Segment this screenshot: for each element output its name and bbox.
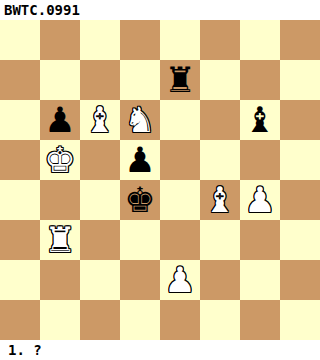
square-h5[interactable] <box>280 140 320 180</box>
square-g2[interactable] <box>240 260 280 300</box>
square-f4[interactable]: ♝ <box>200 180 240 220</box>
square-d7[interactable] <box>120 60 160 100</box>
square-b1[interactable] <box>40 300 80 340</box>
square-b5[interactable]: ♚ <box>40 140 80 180</box>
square-f1[interactable] <box>200 300 240 340</box>
square-a8[interactable] <box>0 20 40 60</box>
square-e8[interactable] <box>160 20 200 60</box>
square-c6[interactable]: ♝ <box>80 100 120 140</box>
square-d5[interactable]: ♟ <box>120 140 160 180</box>
square-e1[interactable] <box>160 300 200 340</box>
square-d6[interactable]: ♞ <box>120 100 160 140</box>
white-pawn: ♟ <box>244 180 275 220</box>
square-f8[interactable] <box>200 20 240 60</box>
square-g3[interactable] <box>240 220 280 260</box>
square-b8[interactable] <box>40 20 80 60</box>
chess-puzzle-app: BWTC.0991 ♜♟♝♞♝♚♟♚♝♟♜♟ 1. ? <box>0 0 320 360</box>
square-g1[interactable] <box>240 300 280 340</box>
square-b3[interactable]: ♜ <box>40 220 80 260</box>
square-f6[interactable] <box>200 100 240 140</box>
square-c4[interactable] <box>80 180 120 220</box>
square-a6[interactable] <box>0 100 40 140</box>
square-d3[interactable] <box>120 220 160 260</box>
square-e2[interactable]: ♟ <box>160 260 200 300</box>
square-f5[interactable] <box>200 140 240 180</box>
square-e4[interactable] <box>160 180 200 220</box>
white-king: ♚ <box>44 140 75 180</box>
square-f3[interactable] <box>200 220 240 260</box>
black-rook: ♜ <box>164 60 195 100</box>
square-e3[interactable] <box>160 220 200 260</box>
square-h6[interactable] <box>280 100 320 140</box>
square-f2[interactable] <box>200 260 240 300</box>
square-g7[interactable] <box>240 60 280 100</box>
square-c1[interactable] <box>80 300 120 340</box>
square-b2[interactable] <box>40 260 80 300</box>
square-h3[interactable] <box>280 220 320 260</box>
square-e7[interactable]: ♜ <box>160 60 200 100</box>
square-a3[interactable] <box>0 220 40 260</box>
square-b6[interactable]: ♟ <box>40 100 80 140</box>
square-c3[interactable] <box>80 220 120 260</box>
square-d4[interactable]: ♚ <box>120 180 160 220</box>
puzzle-id: BWTC.0991 <box>0 0 320 20</box>
square-e5[interactable] <box>160 140 200 180</box>
black-pawn: ♟ <box>124 140 155 180</box>
white-rook: ♜ <box>44 220 75 260</box>
square-h2[interactable] <box>280 260 320 300</box>
square-a1[interactable] <box>0 300 40 340</box>
square-c8[interactable] <box>80 20 120 60</box>
square-c5[interactable] <box>80 140 120 180</box>
black-king: ♚ <box>124 180 155 220</box>
white-bishop: ♝ <box>84 100 115 140</box>
square-b4[interactable] <box>40 180 80 220</box>
white-knight: ♞ <box>124 100 155 140</box>
chess-board: ♜♟♝♞♝♚♟♚♝♟♜♟ <box>0 20 320 340</box>
square-c2[interactable] <box>80 260 120 300</box>
square-h4[interactable] <box>280 180 320 220</box>
square-a7[interactable] <box>0 60 40 100</box>
square-g4[interactable]: ♟ <box>240 180 280 220</box>
square-h8[interactable] <box>280 20 320 60</box>
move-prompt: 1. ? <box>0 340 320 360</box>
square-h7[interactable] <box>280 60 320 100</box>
square-a4[interactable] <box>0 180 40 220</box>
square-f7[interactable] <box>200 60 240 100</box>
black-bishop: ♝ <box>244 100 275 140</box>
square-h1[interactable] <box>280 300 320 340</box>
square-d8[interactable] <box>120 20 160 60</box>
square-a2[interactable] <box>0 260 40 300</box>
square-a5[interactable] <box>0 140 40 180</box>
black-pawn: ♟ <box>44 100 75 140</box>
square-d1[interactable] <box>120 300 160 340</box>
square-c7[interactable] <box>80 60 120 100</box>
white-bishop: ♝ <box>204 180 235 220</box>
square-e6[interactable] <box>160 100 200 140</box>
square-g6[interactable]: ♝ <box>240 100 280 140</box>
white-pawn: ♟ <box>164 260 195 300</box>
square-g5[interactable] <box>240 140 280 180</box>
square-d2[interactable] <box>120 260 160 300</box>
square-g8[interactable] <box>240 20 280 60</box>
square-b7[interactable] <box>40 60 80 100</box>
